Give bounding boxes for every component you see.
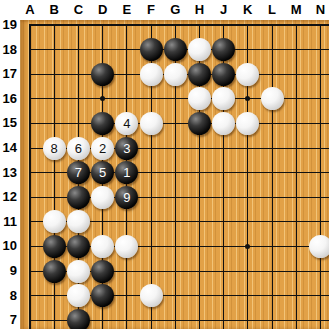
row-label-12: 12 — [0, 189, 17, 205]
intersection-E9[interactable] — [115, 259, 139, 284]
intersection-E17[interactable] — [115, 62, 139, 87]
stone-black-B10 — [43, 235, 66, 258]
intersection-G14[interactable] — [163, 136, 187, 161]
intersection-F12[interactable] — [139, 185, 163, 210]
stone-white-F17 — [140, 63, 163, 86]
intersection-K10[interactable] — [236, 234, 260, 259]
stone-black-D17 — [91, 63, 114, 86]
stone-black-C12 — [67, 186, 90, 209]
intersection-N7[interactable] — [308, 308, 329, 329]
stone-white-B14: 8 — [43, 137, 66, 160]
intersection-L15[interactable] — [260, 111, 284, 136]
intersection-K7[interactable] — [236, 308, 260, 329]
intersection-A18[interactable] — [18, 37, 42, 62]
stone-white-B11 — [43, 210, 66, 233]
intersection-N16[interactable] — [308, 86, 329, 111]
intersection-K16[interactable] — [236, 86, 260, 111]
row-label-10: 10 — [0, 238, 17, 254]
intersection-J14[interactable] — [211, 136, 235, 161]
intersection-N15[interactable] — [308, 111, 329, 136]
intersection-B7[interactable] — [42, 308, 66, 329]
intersection-H7[interactable] — [187, 308, 211, 329]
intersection-F10[interactable] — [139, 234, 163, 259]
intersection-L11[interactable] — [260, 209, 284, 234]
intersection-L19[interactable] — [260, 13, 284, 38]
stone-black-E14: 3 — [115, 137, 138, 160]
intersection-J19[interactable] — [211, 13, 235, 38]
intersection-H8[interactable] — [187, 283, 211, 308]
intersection-E11[interactable] — [115, 209, 139, 234]
intersection-N14[interactable] — [308, 136, 329, 161]
intersection-A12[interactable] — [18, 185, 42, 210]
intersection-F7[interactable] — [139, 308, 163, 329]
intersection-C16[interactable] — [66, 86, 90, 111]
row-label-8: 8 — [0, 288, 17, 304]
intersection-J13[interactable] — [211, 160, 235, 185]
intersection-B12[interactable] — [42, 185, 66, 210]
move-number: 2 — [99, 137, 106, 160]
intersection-B17[interactable] — [42, 62, 66, 87]
intersection-J11[interactable] — [211, 209, 235, 234]
go-board[interactable]: 375194862 — [20, 20, 329, 329]
stone-white-C8 — [67, 284, 90, 307]
intersection-A15[interactable] — [18, 111, 42, 136]
stone-white-L16 — [261, 87, 284, 110]
stone-black-H15 — [188, 112, 211, 135]
stone-black-F18 — [140, 38, 163, 61]
intersection-L13[interactable] — [260, 160, 284, 185]
intersection-M9[interactable] — [284, 259, 308, 284]
move-number: 6 — [75, 137, 82, 160]
intersection-K11[interactable] — [236, 209, 260, 234]
row-label-16: 16 — [0, 91, 17, 107]
stone-white-H18 — [188, 38, 211, 61]
intersection-K14[interactable] — [236, 136, 260, 161]
intersection-N9[interactable] — [308, 259, 329, 284]
stone-white-J15 — [212, 112, 235, 135]
stone-black-J17 — [212, 63, 235, 86]
intersection-L8[interactable] — [260, 283, 284, 308]
intersection-J7[interactable] — [211, 308, 235, 329]
intersection-L10[interactable] — [260, 234, 284, 259]
stone-white-C9 — [67, 260, 90, 283]
intersection-C18[interactable] — [66, 37, 90, 62]
intersection-M7[interactable] — [284, 308, 308, 329]
intersection-G9[interactable] — [163, 259, 187, 284]
intersection-H12[interactable] — [187, 185, 211, 210]
intersection-B15[interactable] — [42, 111, 66, 136]
intersection-N18[interactable] — [308, 37, 329, 62]
intersection-M15[interactable] — [284, 111, 308, 136]
intersection-F9[interactable] — [139, 259, 163, 284]
intersection-N8[interactable] — [308, 283, 329, 308]
stone-black-E12: 9 — [115, 186, 138, 209]
row-label-18: 18 — [0, 42, 17, 58]
move-number: 3 — [123, 137, 130, 160]
intersection-G10[interactable] — [163, 234, 187, 259]
intersection-N17[interactable] — [308, 62, 329, 87]
intersection-M16[interactable] — [284, 86, 308, 111]
intersection-E19[interactable] — [115, 13, 139, 38]
row-label-15: 15 — [0, 115, 17, 131]
intersection-G15[interactable] — [163, 111, 187, 136]
intersection-C15[interactable] — [66, 111, 90, 136]
intersection-D18[interactable] — [90, 37, 114, 62]
intersection-F11[interactable] — [139, 209, 163, 234]
stone-white-D14: 2 — [91, 137, 114, 160]
intersection-F16[interactable] — [139, 86, 163, 111]
intersection-B8[interactable] — [42, 283, 66, 308]
row-label-13: 13 — [0, 165, 17, 181]
intersection-E7[interactable] — [115, 308, 139, 329]
intersection-H13[interactable] — [187, 160, 211, 185]
row-label-11: 11 — [0, 214, 17, 230]
intersection-N11[interactable] — [308, 209, 329, 234]
go-board-diagram: ABCDEFGHJKLMN 19181716151413121110987 37… — [0, 0, 329, 329]
intersection-J8[interactable] — [211, 283, 235, 308]
intersection-B18[interactable] — [42, 37, 66, 62]
move-number: 8 — [51, 137, 58, 160]
intersection-F14[interactable] — [139, 136, 163, 161]
intersection-M8[interactable] — [284, 283, 308, 308]
intersection-J12[interactable] — [211, 185, 235, 210]
intersection-L7[interactable] — [260, 308, 284, 329]
intersection-K18[interactable] — [236, 37, 260, 62]
stone-black-H17 — [188, 63, 211, 86]
intersection-A16[interactable] — [18, 86, 42, 111]
row-label-19: 19 — [0, 17, 17, 33]
intersection-D19[interactable] — [90, 13, 114, 38]
stone-white-D12 — [91, 186, 114, 209]
move-number: 1 — [123, 161, 130, 184]
stone-white-D10 — [91, 235, 114, 258]
intersection-M11[interactable] — [284, 209, 308, 234]
intersection-B19[interactable] — [42, 13, 66, 38]
intersection-N12[interactable] — [308, 185, 329, 210]
intersection-D16[interactable] — [90, 86, 114, 111]
intersection-A13[interactable] — [18, 160, 42, 185]
stone-black-C13: 7 — [67, 161, 90, 184]
intersection-F13[interactable] — [139, 160, 163, 185]
intersection-K9[interactable] — [236, 259, 260, 284]
stone-black-D9 — [91, 260, 114, 283]
intersection-G16[interactable] — [163, 86, 187, 111]
intersection-N19[interactable] — [308, 13, 329, 38]
intersection-E18[interactable] — [115, 37, 139, 62]
stone-black-D15 — [91, 112, 114, 135]
stone-white-N10 — [309, 235, 329, 258]
intersection-B16[interactable] — [42, 86, 66, 111]
intersection-M18[interactable] — [284, 37, 308, 62]
intersection-L18[interactable] — [260, 37, 284, 62]
intersection-M10[interactable] — [284, 234, 308, 259]
intersection-M14[interactable] — [284, 136, 308, 161]
intersection-H11[interactable] — [187, 209, 211, 234]
stone-white-C14: 6 — [67, 137, 90, 160]
stone-black-B9 — [43, 260, 66, 283]
intersection-K19[interactable] — [236, 13, 260, 38]
stone-white-F8 — [140, 284, 163, 307]
intersection-H10[interactable] — [187, 234, 211, 259]
move-number: 5 — [99, 161, 106, 184]
intersection-L12[interactable] — [260, 185, 284, 210]
intersection-F19[interactable] — [139, 13, 163, 38]
move-number: 4 — [123, 112, 130, 135]
intersection-G7[interactable] — [163, 308, 187, 329]
intersection-A11[interactable] — [18, 209, 42, 234]
intersection-L17[interactable] — [260, 62, 284, 87]
intersection-K13[interactable] — [236, 160, 260, 185]
intersection-A9[interactable] — [18, 259, 42, 284]
intersection-A10[interactable] — [18, 234, 42, 259]
stone-white-G17 — [164, 63, 187, 86]
intersection-J9[interactable] — [211, 259, 235, 284]
stone-white-K17 — [236, 63, 259, 86]
row-label-7: 7 — [0, 312, 17, 328]
intersection-A7[interactable] — [18, 308, 42, 329]
intersection-G11[interactable] — [163, 209, 187, 234]
intersection-N13[interactable] — [308, 160, 329, 185]
intersection-E16[interactable] — [115, 86, 139, 111]
intersection-H14[interactable] — [187, 136, 211, 161]
intersection-K12[interactable] — [236, 185, 260, 210]
intersection-J10[interactable] — [211, 234, 235, 259]
intersection-H9[interactable] — [187, 259, 211, 284]
intersection-A14[interactable] — [18, 136, 42, 161]
intersection-C17[interactable] — [66, 62, 90, 87]
intersection-L9[interactable] — [260, 259, 284, 284]
intersection-A8[interactable] — [18, 283, 42, 308]
intersection-A17[interactable] — [18, 62, 42, 87]
intersection-M17[interactable] — [284, 62, 308, 87]
intersection-D11[interactable] — [90, 209, 114, 234]
intersection-G12[interactable] — [163, 185, 187, 210]
move-number: 7 — [75, 161, 82, 184]
intersection-M19[interactable] — [284, 13, 308, 38]
intersection-K8[interactable] — [236, 283, 260, 308]
move-number: 9 — [123, 186, 130, 209]
stone-white-F15 — [140, 112, 163, 135]
intersection-G13[interactable] — [163, 160, 187, 185]
stone-black-G18 — [164, 38, 187, 61]
intersection-G19[interactable] — [163, 13, 187, 38]
intersection-H19[interactable] — [187, 13, 211, 38]
intersection-M13[interactable] — [284, 160, 308, 185]
intersection-L14[interactable] — [260, 136, 284, 161]
intersection-B13[interactable] — [42, 160, 66, 185]
intersection-D7[interactable] — [90, 308, 114, 329]
stone-black-C10 — [67, 235, 90, 258]
stone-black-C7 — [67, 309, 90, 329]
intersection-A19[interactable] — [18, 13, 42, 38]
row-label-9: 9 — [0, 263, 17, 279]
intersection-M12[interactable] — [284, 185, 308, 210]
intersection-E8[interactable] — [115, 283, 139, 308]
row-label-14: 14 — [0, 140, 17, 156]
intersection-G8[interactable] — [163, 283, 187, 308]
intersection-C19[interactable] — [66, 13, 90, 38]
row-label-17: 17 — [0, 66, 17, 82]
